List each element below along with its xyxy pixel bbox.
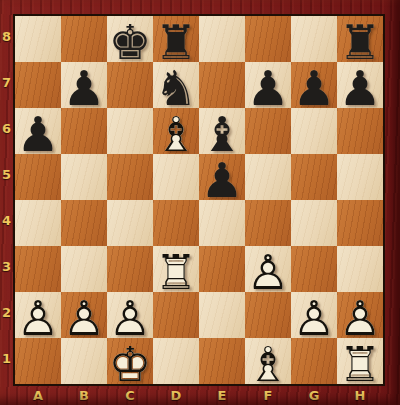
file-label-e: E — [199, 386, 245, 405]
square-g3[interactable] — [291, 246, 337, 292]
square-e4[interactable] — [199, 200, 245, 246]
square-a7[interactable] — [15, 62, 61, 108]
file-label-f: F — [245, 386, 291, 405]
square-h1[interactable]: ♜♖ — [337, 338, 383, 384]
square-g5[interactable] — [291, 154, 337, 200]
square-h5[interactable] — [337, 154, 383, 200]
square-a5[interactable] — [15, 154, 61, 200]
white-pawn-outline-glyph: ♙ — [292, 294, 335, 342]
square-b4[interactable] — [61, 200, 107, 246]
piece-white-bishop-d6[interactable]: ♝♗ — [153, 108, 199, 154]
square-c4[interactable] — [107, 200, 153, 246]
square-a4[interactable] — [15, 200, 61, 246]
rank-label-5: 5 — [0, 152, 13, 198]
white-king-outline-glyph: ♔ — [108, 340, 151, 388]
square-f8[interactable] — [245, 16, 291, 62]
square-b3[interactable] — [61, 246, 107, 292]
chess-board-app: ♚♜♜♟♞♟♟♟♟♝♗♝♟♜♖♟♙♟♙♟♙♟♙♟♙♟♙♚♔♝♗♜♖ 876543… — [0, 0, 400, 405]
piece-black-rook-d8[interactable]: ♜ — [153, 16, 199, 62]
square-b2[interactable]: ♟♙ — [61, 292, 107, 338]
piece-black-rook-h8[interactable]: ♜ — [337, 16, 383, 62]
square-f2[interactable] — [245, 292, 291, 338]
square-e7[interactable] — [199, 62, 245, 108]
chess-board: ♚♜♜♟♞♟♟♟♟♝♗♝♟♜♖♟♙♟♙♟♙♟♙♟♙♟♙♚♔♝♗♜♖ — [13, 14, 385, 386]
square-e8[interactable] — [199, 16, 245, 62]
square-a8[interactable] — [15, 16, 61, 62]
square-g2[interactable]: ♟♙ — [291, 292, 337, 338]
square-h2[interactable]: ♟♙ — [337, 292, 383, 338]
black-knight-glyph: ♞ — [154, 64, 197, 112]
square-e5[interactable]: ♟ — [199, 154, 245, 200]
piece-white-pawn-g2[interactable]: ♟♙ — [291, 292, 337, 338]
black-bishop-glyph: ♝ — [200, 110, 243, 158]
square-a3[interactable] — [15, 246, 61, 292]
file-label-a: A — [15, 386, 61, 405]
square-c5[interactable] — [107, 154, 153, 200]
white-pawn-outline-glyph: ♙ — [62, 294, 105, 342]
white-rook-outline-glyph: ♖ — [154, 248, 197, 296]
square-a1[interactable] — [15, 338, 61, 384]
file-label-h: H — [337, 386, 383, 405]
square-b6[interactable] — [61, 108, 107, 154]
square-c3[interactable] — [107, 246, 153, 292]
piece-black-pawn-e5[interactable]: ♟ — [199, 154, 245, 200]
square-d1[interactable] — [153, 338, 199, 384]
square-d6[interactable]: ♝♗ — [153, 108, 199, 154]
piece-black-bishop-e6[interactable]: ♝ — [199, 108, 245, 154]
piece-black-pawn-f7[interactable]: ♟ — [245, 62, 291, 108]
square-e1[interactable] — [199, 338, 245, 384]
piece-black-pawn-g7[interactable]: ♟ — [291, 62, 337, 108]
square-b5[interactable] — [61, 154, 107, 200]
square-g7[interactable]: ♟ — [291, 62, 337, 108]
piece-white-pawn-b2[interactable]: ♟♙ — [61, 292, 107, 338]
piece-white-rook-h1[interactable]: ♜♖ — [337, 338, 383, 384]
rank-label-4: 4 — [0, 198, 13, 244]
square-g6[interactable] — [291, 108, 337, 154]
square-f3[interactable]: ♟♙ — [245, 246, 291, 292]
rank-label-7: 7 — [0, 60, 13, 106]
square-h6[interactable] — [337, 108, 383, 154]
square-d7[interactable]: ♞ — [153, 62, 199, 108]
square-d8[interactable]: ♜ — [153, 16, 199, 62]
square-a2[interactable]: ♟♙ — [15, 292, 61, 338]
piece-white-pawn-h2[interactable]: ♟♙ — [337, 292, 383, 338]
rank-label-3: 3 — [0, 244, 13, 290]
rank-label-6: 6 — [0, 106, 13, 152]
white-pawn-outline-glyph: ♙ — [246, 248, 289, 296]
black-pawn-glyph: ♟ — [338, 64, 381, 112]
white-bishop-outline-glyph: ♗ — [154, 110, 197, 158]
square-d4[interactable] — [153, 200, 199, 246]
square-h8[interactable]: ♜ — [337, 16, 383, 62]
piece-black-knight-d7[interactable]: ♞ — [153, 62, 199, 108]
white-pawn-outline-glyph: ♙ — [338, 294, 381, 342]
black-pawn-glyph: ♟ — [200, 156, 243, 204]
file-label-d: D — [153, 386, 199, 405]
square-e6[interactable]: ♝ — [199, 108, 245, 154]
piece-black-pawn-h7[interactable]: ♟ — [337, 62, 383, 108]
black-pawn-glyph: ♟ — [62, 64, 105, 112]
square-d3[interactable]: ♜♖ — [153, 246, 199, 292]
file-label-b: B — [61, 386, 107, 405]
file-label-g: G — [291, 386, 337, 405]
white-rook-outline-glyph: ♖ — [338, 340, 381, 388]
square-b1[interactable] — [61, 338, 107, 384]
square-c8[interactable]: ♚ — [107, 16, 153, 62]
white-pawn-outline-glyph: ♙ — [108, 294, 151, 342]
piece-white-pawn-f3[interactable]: ♟♙ — [245, 246, 291, 292]
rank-label-1: 1 — [0, 336, 13, 382]
piece-black-pawn-a6[interactable]: ♟ — [15, 108, 61, 154]
square-e2[interactable] — [199, 292, 245, 338]
rank-label-2: 2 — [0, 290, 13, 336]
white-bishop-outline-glyph: ♗ — [246, 340, 289, 388]
square-f5[interactable] — [245, 154, 291, 200]
square-e3[interactable] — [199, 246, 245, 292]
rank-label-8: 8 — [0, 14, 13, 60]
square-f1[interactable]: ♝♗ — [245, 338, 291, 384]
square-a6[interactable]: ♟ — [15, 108, 61, 154]
black-rook-glyph: ♜ — [154, 18, 197, 66]
black-king-glyph: ♚ — [108, 18, 151, 66]
square-c2[interactable]: ♟♙ — [107, 292, 153, 338]
square-f6[interactable] — [245, 108, 291, 154]
square-g4[interactable] — [291, 200, 337, 246]
square-h3[interactable] — [337, 246, 383, 292]
square-c6[interactable] — [107, 108, 153, 154]
square-g1[interactable] — [291, 338, 337, 384]
square-c7[interactable] — [107, 62, 153, 108]
black-pawn-glyph: ♟ — [16, 110, 59, 158]
piece-black-king-c8[interactable]: ♚ — [107, 16, 153, 62]
square-g8[interactable] — [291, 16, 337, 62]
black-pawn-glyph: ♟ — [246, 64, 289, 112]
piece-white-bishop-f1[interactable]: ♝♗ — [245, 338, 291, 384]
piece-black-pawn-b7[interactable]: ♟ — [61, 62, 107, 108]
square-f7[interactable]: ♟ — [245, 62, 291, 108]
square-d2[interactable] — [153, 292, 199, 338]
piece-white-pawn-a2[interactable]: ♟♙ — [15, 292, 61, 338]
piece-white-king-c1[interactable]: ♚♔ — [107, 338, 153, 384]
square-b7[interactable]: ♟ — [61, 62, 107, 108]
square-c1[interactable]: ♚♔ — [107, 338, 153, 384]
square-d5[interactable] — [153, 154, 199, 200]
file-label-c: C — [107, 386, 153, 405]
square-h7[interactable]: ♟ — [337, 62, 383, 108]
square-f4[interactable] — [245, 200, 291, 246]
piece-white-pawn-c2[interactable]: ♟♙ — [107, 292, 153, 338]
piece-white-rook-d3[interactable]: ♜♖ — [153, 246, 199, 292]
square-h4[interactable] — [337, 200, 383, 246]
white-pawn-outline-glyph: ♙ — [16, 294, 59, 342]
square-b8[interactable] — [61, 16, 107, 62]
black-rook-glyph: ♜ — [338, 18, 381, 66]
black-pawn-glyph: ♟ — [292, 64, 335, 112]
